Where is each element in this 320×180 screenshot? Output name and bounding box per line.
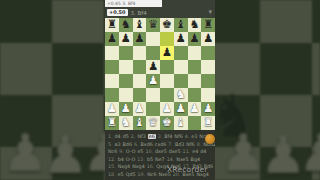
square-d3[interactable] (146, 88, 160, 102)
square-g2[interactable]: ♟ (188, 102, 202, 116)
move-row: Nc69.O-Oe510.dxe5dxe511.e4d4 (108, 148, 213, 156)
move-token[interactable]: Bg4 (191, 157, 200, 162)
square-f4[interactable] (174, 74, 188, 88)
square-f5[interactable] (174, 60, 188, 74)
square-d6[interactable] (146, 46, 160, 60)
move-token[interactable]: 4. (185, 134, 190, 139)
analysis-header: +0.45 3. Bf4 +0.50 3. Bf4 ▾ (105, 0, 215, 18)
move-token[interactable]: dxe5 (169, 149, 181, 154)
move-token[interactable]: 5. (108, 142, 113, 147)
white-pawn[interactable]: ♟ (120, 103, 130, 115)
white-knight[interactable]: ♞ (175, 89, 185, 101)
move-token[interactable]: b5 (147, 157, 153, 162)
move-token[interactable]: 3. (158, 134, 163, 139)
move-token[interactable]: a3 (115, 142, 121, 147)
white-queen[interactable]: ♛ (148, 117, 158, 129)
square-c2[interactable]: ♟ (133, 102, 147, 116)
white-rook[interactable]: ♜ (203, 117, 213, 129)
square-e8[interactable]: ♚ (160, 18, 174, 32)
square-a6[interactable] (105, 46, 119, 60)
move-token[interactable]: 11. (183, 149, 191, 154)
move-token[interactable]: d4 (115, 134, 121, 139)
square-c5[interactable] (133, 60, 147, 74)
square-h7[interactable]: ♟ (201, 32, 215, 46)
square-a7[interactable]: ♟ (105, 32, 119, 46)
move-token[interactable]: Nc6 (147, 172, 156, 177)
black-bishop[interactable]: ♝ (175, 19, 185, 31)
square-f1[interactable]: ♝ (174, 116, 188, 130)
move-token[interactable]: 9. (119, 149, 124, 154)
black-pawn[interactable]: ♟ (134, 33, 144, 45)
square-h8[interactable]: ♜ (201, 18, 215, 32)
move-token[interactable]: 10. (145, 149, 153, 154)
move-token[interactable]: e3 (191, 134, 197, 139)
square-a1[interactable]: ♜ (105, 116, 119, 130)
move-token[interactable]: O-O (126, 149, 136, 154)
move-token[interactable]: 19. (138, 172, 146, 177)
square-d1[interactable]: ♛ (146, 116, 160, 130)
move-token[interactable]: 8. (197, 142, 202, 147)
move-token[interactable]: O-O (126, 157, 136, 162)
black-king[interactable]: ♚ (162, 19, 172, 31)
black-rook[interactable]: ♜ (107, 19, 117, 31)
move-token[interactable]: Nxg4 (118, 164, 131, 169)
square-h1[interactable]: ♜ (201, 116, 215, 130)
opening-book-icon (205, 134, 215, 144)
move-token[interactable]: Bd3 (175, 142, 184, 147)
black-rook[interactable]: ♜ (203, 19, 213, 31)
black-pawn[interactable]: ♟ (107, 33, 117, 45)
square-b4[interactable] (119, 74, 133, 88)
square-g4[interactable] (188, 74, 202, 88)
move-token[interactable]: d5 (123, 134, 129, 139)
evaluation-best-move: 3. Bf4 (131, 10, 209, 16)
square-a3[interactable] (105, 88, 119, 102)
square-h6[interactable] (201, 46, 215, 60)
square-d5[interactable]: ♟ (146, 60, 160, 74)
black-pawn[interactable]: ♟ (175, 33, 185, 45)
white-king[interactable]: ♚ (162, 117, 172, 129)
black-queen[interactable]: ♛ (148, 19, 158, 31)
move-row: 5.a3Bd66.Bxd6cxd67.Bd3Nf68.Nbd2 (108, 141, 213, 149)
square-c1[interactable]: ♝ (133, 116, 147, 130)
square-d2[interactable] (146, 102, 160, 116)
square-g8[interactable]: ♞ (188, 18, 202, 32)
square-h2[interactable]: ♟ (201, 102, 215, 116)
square-b3[interactable] (119, 88, 133, 102)
white-pawn[interactable]: ♟ (189, 103, 199, 115)
square-c8[interactable]: ♝ (133, 18, 147, 32)
black-pawn[interactable]: ♟ (148, 61, 158, 73)
square-a2[interactable]: ♟ (105, 102, 119, 116)
move-token[interactable]: e4 (192, 149, 198, 154)
white-pawn[interactable]: ♟ (134, 103, 144, 115)
move-token[interactable]: 2. (131, 134, 136, 139)
square-f7[interactable]: ♟ (174, 32, 188, 46)
move-token[interactable]: 14. (167, 157, 175, 162)
square-b1[interactable]: ♞ (119, 116, 133, 130)
square-h5[interactable] (201, 60, 215, 74)
square-c4[interactable] (133, 74, 147, 88)
white-rook[interactable]: ♜ (107, 117, 117, 129)
move-token[interactable]: dxe5 (155, 149, 167, 154)
move-token[interactable]: 18. (108, 172, 116, 177)
white-bishop[interactable]: ♝ (175, 117, 185, 129)
square-d8[interactable]: ♛ (146, 18, 160, 32)
square-e7[interactable] (160, 32, 174, 46)
square-b2[interactable]: ♟ (119, 102, 133, 116)
square-a8[interactable]: ♜ (105, 18, 119, 32)
move-token[interactable]: Nf6 (186, 142, 194, 147)
move-token[interactable]: Nxe5 (176, 157, 188, 162)
black-knight[interactable]: ♞ (120, 19, 130, 31)
white-pawn[interactable]: ♟ (203, 103, 213, 115)
square-d4[interactable]: ♟ (146, 74, 160, 88)
square-h4[interactable] (201, 74, 215, 88)
evaluation-badge: +0.50 (107, 9, 128, 16)
move-token[interactable]: Nc6 (108, 149, 117, 154)
white-pawn[interactable]: ♟ (162, 103, 172, 115)
move-row: 12.b4O-O13.b5Ne714.Nxe5Bg4 (108, 156, 213, 164)
square-g5[interactable] (188, 60, 202, 74)
move-token[interactable]: 15. (108, 164, 116, 169)
square-b5[interactable] (119, 60, 133, 74)
engine-suggestion-bar[interactable]: +0.45 3. Bf4 (105, 0, 162, 7)
square-f2[interactable]: ♟ (174, 102, 188, 116)
square-e6[interactable]: ♟ (160, 46, 174, 60)
move-token[interactable]: 1. (108, 134, 113, 139)
move-token[interactable]: 13. (137, 157, 145, 162)
square-g3[interactable] (188, 88, 202, 102)
square-e1[interactable]: ♚ (160, 116, 174, 130)
move-token[interactable]: e5 (118, 172, 124, 177)
move-token[interactable]: Nf3 (137, 134, 145, 139)
square-c7[interactable]: ♟ (133, 32, 147, 46)
move-token[interactable]: cxd6 (155, 142, 167, 147)
square-d7[interactable] (146, 32, 160, 46)
square-g1[interactable] (188, 116, 202, 130)
move-row: 1.d4d52.Nf3e63.Bf4Nf64.e3Nc6 (108, 133, 213, 141)
move-token[interactable]: 6. (134, 142, 139, 147)
move-token[interactable]: 12. (108, 157, 116, 162)
move-token[interactable]: Bf4 (164, 134, 172, 139)
move-token[interactable]: Bd6 (123, 142, 132, 147)
square-b6[interactable] (119, 46, 133, 60)
move-token[interactable]: Bxd6 (141, 142, 153, 147)
move-token[interactable]: b4 (118, 157, 124, 162)
move-token[interactable]: Qd5 (126, 172, 136, 177)
screen-recorder-watermark: XRecorder (167, 165, 208, 174)
square-f6[interactable] (174, 46, 188, 60)
square-h3[interactable] (201, 88, 215, 102)
square-c3[interactable] (133, 88, 147, 102)
white-knight[interactable]: ♞ (120, 117, 130, 129)
black-pawn[interactable]: ♟ (189, 33, 199, 45)
square-g7[interactable]: ♟ (188, 32, 202, 46)
chess-board: ♜♞♝♛♚♝♞♜♟♟♟♟♟♟♟♟♟♞♟♟♟♟♟♟♟♜♞♝♛♚♝♜ (105, 18, 215, 130)
white-bishop[interactable]: ♝ (134, 117, 144, 129)
chess-app-column: +0.45 3. Bf4 +0.50 3. Bf4 ▾ ♜♞♝♛♚♝♞♜♟♟♟♟… (105, 0, 215, 180)
screen: ♟♟♟♞♟♟♟ +0.45 3. Bf4 +0.50 3. Bf4 ▾ ♜♞♝♛… (0, 0, 320, 180)
square-g6[interactable] (188, 46, 202, 60)
square-e4[interactable] (160, 74, 174, 88)
square-b8[interactable]: ♞ (119, 18, 133, 32)
white-pawn[interactable]: ♟ (107, 103, 117, 115)
black-knight[interactable]: ♞ (189, 19, 199, 31)
move-token[interactable]: Ne7 (155, 157, 165, 162)
square-a5[interactable] (105, 60, 119, 74)
black-bishop[interactable]: ♝ (134, 19, 144, 31)
square-f8[interactable]: ♝ (174, 18, 188, 32)
black-pawn[interactable]: ♟ (120, 33, 130, 45)
move-token[interactable]: d4 (200, 149, 206, 154)
move-token[interactable]: e5 (137, 149, 143, 154)
black-pawn[interactable]: ♟ (203, 33, 213, 45)
square-a4[interactable] (105, 74, 119, 88)
bg-pawn-icon: ♟ (298, 127, 320, 179)
square-b7[interactable]: ♟ (119, 32, 133, 46)
square-e2[interactable]: ♟ (160, 102, 174, 116)
square-f3[interactable]: ♞ (174, 88, 188, 102)
square-e3[interactable] (160, 88, 174, 102)
move-token[interactable]: 16. (147, 164, 155, 169)
black-pawn[interactable]: ♟ (162, 47, 172, 59)
square-e5[interactable] (160, 60, 174, 74)
chevron-down-icon[interactable]: ▾ (208, 9, 212, 16)
move-token[interactable]: e6 (148, 134, 156, 139)
move-token[interactable]: Nxg4 (132, 164, 145, 169)
move-token[interactable]: 7. (168, 142, 173, 147)
square-c6[interactable] (133, 46, 147, 60)
move-token[interactable]: Nf6 (174, 134, 182, 139)
white-pawn[interactable]: ♟ (148, 75, 158, 87)
white-pawn[interactable]: ♟ (175, 103, 185, 115)
